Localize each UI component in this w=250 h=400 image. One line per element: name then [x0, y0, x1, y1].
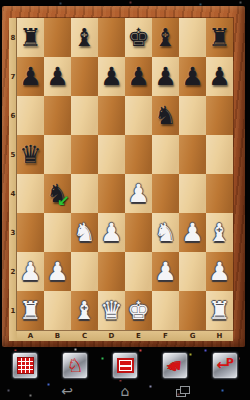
file-label-a: A	[17, 330, 44, 341]
square-h4[interactable]	[206, 174, 233, 213]
piece-black-rook[interactable]: ♜	[206, 18, 233, 57]
square-e6[interactable]	[125, 96, 152, 135]
square-h5[interactable]	[206, 135, 233, 174]
square-g4[interactable]	[179, 174, 206, 213]
rank-label-4: 4	[9, 174, 17, 213]
piece-white-pawn[interactable]: ♟	[44, 252, 71, 291]
square-b6[interactable]	[44, 96, 71, 135]
home-icon: ⌂	[121, 384, 130, 398]
file-label-d: D	[98, 330, 125, 341]
square-d7[interactable]: ♟	[98, 57, 125, 96]
file-coordinates: ABCDEFGH	[17, 330, 233, 341]
piece-white-knight[interactable]: ♞	[71, 213, 98, 252]
piece-black-pawn[interactable]: ♟	[98, 57, 125, 96]
square-g6[interactable]	[179, 96, 206, 135]
square-d4[interactable]	[98, 174, 125, 213]
square-f4[interactable]	[152, 174, 179, 213]
square-c6[interactable]	[71, 96, 98, 135]
piece-white-king[interactable]: ♚	[125, 291, 152, 330]
square-d6[interactable]	[98, 96, 125, 135]
piece-white-queen[interactable]: ♛	[98, 291, 125, 330]
square-g1[interactable]	[179, 291, 206, 330]
piece-black-rook[interactable]: ♜	[17, 18, 44, 57]
file-label-g: G	[179, 330, 206, 341]
rank-coordinates: 87654321	[9, 18, 17, 341]
nav-home-button[interactable]: ⌂	[115, 383, 135, 399]
square-a3[interactable]	[17, 213, 44, 252]
knight-button[interactable]: ♘	[62, 352, 88, 379]
square-e4[interactable]: ♟	[125, 174, 152, 213]
square-c4[interactable]	[71, 174, 98, 213]
square-f5[interactable]	[152, 135, 179, 174]
square-h8[interactable]: ♜	[206, 18, 233, 57]
rank-label-5: 5	[9, 135, 17, 174]
square-d8[interactable]	[98, 18, 125, 57]
piece-black-bishop[interactable]: ♝	[152, 18, 179, 57]
chess-board: ♜♝♚♝♜♟♟♟♟♟♟♟♞♛♞♟♞♟♞♟♝♟♟♟♟♜♝♛♚♜↙	[17, 18, 233, 330]
square-g8[interactable]	[179, 18, 206, 57]
square-d3[interactable]: ♟	[98, 213, 125, 252]
square-c8[interactable]: ♝	[71, 18, 98, 57]
square-e3[interactable]	[125, 213, 152, 252]
square-c1[interactable]: ♝	[71, 291, 98, 330]
rank-label-2: 2	[9, 252, 17, 291]
nav-back-button[interactable]: ↩	[57, 383, 77, 399]
piece-black-pawn[interactable]: ♟	[206, 57, 233, 96]
android-nav-bar: ↩⌂	[0, 382, 250, 400]
square-d5[interactable]	[98, 135, 125, 174]
fallen-knight-icon: ♞	[164, 357, 183, 375]
piece-black-knight[interactable]: ♞	[44, 174, 71, 213]
square-g3[interactable]: ♟	[179, 213, 206, 252]
rank-label-8: 8	[9, 18, 17, 57]
piece-white-rook[interactable]: ♜	[17, 291, 44, 330]
chess-app-screen: 87654321 ABCDEFGH ♜♝♚♝♜♟♟♟♟♟♟♟♞♛♞♟♞♟♞♟♝♟…	[0, 0, 250, 400]
square-h6[interactable]	[206, 96, 233, 135]
knight-icon: ♘	[66, 356, 83, 375]
square-a8[interactable]: ♜	[17, 18, 44, 57]
file-label-h: H	[206, 330, 233, 341]
rank-label-1: 1	[9, 291, 17, 330]
piece-white-pawn[interactable]: ♟	[17, 252, 44, 291]
square-a6[interactable]	[17, 96, 44, 135]
back-icon: ↩	[61, 384, 73, 398]
piece-white-bishop[interactable]: ♝	[71, 291, 98, 330]
piece-black-knight[interactable]: ♞	[152, 96, 179, 135]
takeback-arrow-icon: ←P	[216, 358, 234, 373]
square-a2[interactable]: ♟	[17, 252, 44, 291]
square-g2[interactable]	[179, 252, 206, 291]
square-a4[interactable]	[17, 174, 44, 213]
piece-white-bishop[interactable]: ♝	[206, 213, 233, 252]
takeback-button[interactable]: ←P	[212, 352, 238, 379]
piece-white-pawn[interactable]: ♟	[152, 252, 179, 291]
menu-button[interactable]	[112, 352, 138, 379]
piece-black-queen[interactable]: ♛	[17, 135, 44, 174]
piece-white-rook[interactable]: ♜	[206, 291, 233, 330]
file-label-e: E	[125, 330, 152, 341]
board-grid-icon	[17, 357, 34, 374]
rank-label-6: 6	[9, 96, 17, 135]
square-f1[interactable]	[152, 291, 179, 330]
square-e5[interactable]	[125, 135, 152, 174]
square-b5[interactable]	[44, 135, 71, 174]
rank-label-7: 7	[9, 57, 17, 96]
square-d2[interactable]	[98, 252, 125, 291]
recents-icon	[176, 386, 190, 397]
piece-white-knight[interactable]: ♞	[152, 213, 179, 252]
piece-black-pawn[interactable]: ♟	[179, 57, 206, 96]
square-c3[interactable]: ♞	[71, 213, 98, 252]
file-label-c: C	[71, 330, 98, 341]
chess-board-frame: 87654321 ABCDEFGH ♜♝♚♝♜♟♟♟♟♟♟♟♞♛♞♟♞♟♞♟♝♟…	[2, 6, 245, 347]
piece-black-bishop[interactable]: ♝	[71, 18, 98, 57]
square-a5[interactable]: ♛	[17, 135, 44, 174]
file-label-b: B	[44, 330, 71, 341]
square-e1[interactable]: ♚	[125, 291, 152, 330]
square-f3[interactable]: ♞	[152, 213, 179, 252]
square-c5[interactable]	[71, 135, 98, 174]
square-b7[interactable]: ♟	[44, 57, 71, 96]
square-e2[interactable]	[125, 252, 152, 291]
square-g5[interactable]	[179, 135, 206, 174]
piece-white-pawn[interactable]: ♟	[98, 213, 125, 252]
square-h3[interactable]: ♝	[206, 213, 233, 252]
board-button[interactable]	[12, 352, 38, 379]
square-f6[interactable]: ♞	[152, 96, 179, 135]
square-b3[interactable]	[44, 213, 71, 252]
square-h1[interactable]: ♜	[206, 291, 233, 330]
piece-white-pawn[interactable]: ♟	[179, 213, 206, 252]
rank-label-3: 3	[9, 213, 17, 252]
background-star-speckles	[0, 0, 1, 1]
menu-bars-icon	[117, 358, 134, 373]
square-h2[interactable]: ♟	[206, 252, 233, 291]
piece-black-pawn[interactable]: ♟	[17, 57, 44, 96]
resign-button[interactable]: ♞	[162, 352, 188, 379]
piece-black-pawn[interactable]: ♟	[152, 57, 179, 96]
square-c7[interactable]	[71, 57, 98, 96]
square-b8[interactable]	[44, 18, 71, 57]
square-h7[interactable]: ♟	[206, 57, 233, 96]
square-f2[interactable]: ♟	[152, 252, 179, 291]
file-label-f: F	[152, 330, 179, 341]
square-d1[interactable]: ♛	[98, 291, 125, 330]
nav-recents-button[interactable]	[173, 383, 193, 399]
square-f7[interactable]: ♟	[152, 57, 179, 96]
square-e7[interactable]: ♟	[125, 57, 152, 96]
piece-black-pawn[interactable]: ♟	[44, 57, 71, 96]
piece-black-king[interactable]: ♚	[125, 18, 152, 57]
piece-white-pawn[interactable]: ♟	[206, 252, 233, 291]
piece-white-pawn[interactable]: ♟	[125, 174, 152, 213]
square-f8[interactable]: ♝	[152, 18, 179, 57]
square-g7[interactable]: ♟	[179, 57, 206, 96]
piece-black-pawn[interactable]: ♟	[125, 57, 152, 96]
bottom-toolbar: ♘♞←P	[0, 352, 250, 378]
square-b1[interactable]	[44, 291, 71, 330]
square-b2[interactable]: ♟	[44, 252, 71, 291]
square-a1[interactable]: ♜	[17, 291, 44, 330]
square-c2[interactable]	[71, 252, 98, 291]
square-b4[interactable]: ♞	[44, 174, 71, 213]
square-a7[interactable]: ♟	[17, 57, 44, 96]
square-e8[interactable]: ♚	[125, 18, 152, 57]
